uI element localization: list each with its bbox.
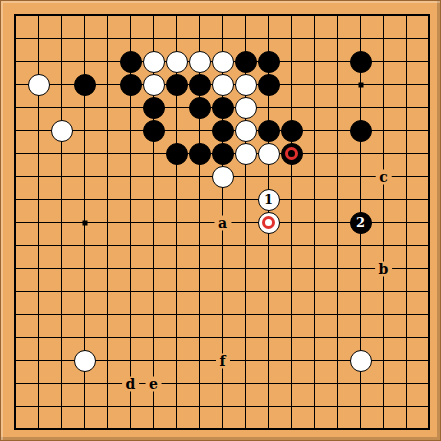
go-board[interactable]: abcdef 12 [0,0,441,441]
grid-hline [16,245,428,246]
black-stone[interactable] [189,74,211,96]
black-stone-move-2[interactable]: 2 [350,212,372,234]
white-stone[interactable] [212,51,234,73]
white-stone-move-1[interactable]: 1 [258,189,280,211]
white-stone[interactable] [235,97,257,119]
black-stone-circle-marked[interactable] [281,143,303,165]
black-stone[interactable] [212,143,234,165]
white-stone[interactable] [235,74,257,96]
black-stone[interactable] [235,51,257,73]
white-stone[interactable] [350,350,372,372]
black-stone[interactable] [212,120,234,142]
white-stone[interactable] [189,51,211,73]
point-label-b[interactable]: b [375,261,393,276]
white-stone[interactable] [51,120,73,142]
point-label-c[interactable]: c [375,169,392,184]
grid-hline [16,383,428,384]
black-stone[interactable] [189,143,211,165]
grid-hline [16,406,428,407]
grid-hline [16,314,428,315]
white-stone[interactable] [143,51,165,73]
black-stone[interactable] [212,97,234,119]
black-stone[interactable] [258,120,280,142]
white-stone[interactable] [166,51,188,73]
grid-vline [406,16,407,428]
hoshi-point [82,220,87,225]
white-stone[interactable] [74,350,96,372]
point-label-a[interactable]: a [214,215,231,230]
black-stone[interactable] [166,143,188,165]
black-stone[interactable] [166,74,188,96]
white-stone[interactable] [258,143,280,165]
circle-mark-icon [285,147,298,160]
point-label-f[interactable]: f [215,353,229,368]
black-stone[interactable] [143,120,165,142]
white-stone[interactable] [212,74,234,96]
white-stone[interactable] [143,74,165,96]
white-stone[interactable] [235,143,257,165]
black-stone[interactable] [143,97,165,119]
grid-hline [16,337,428,338]
circle-mark-icon [262,216,275,229]
black-stone[interactable] [258,51,280,73]
point-label-d[interactable]: d [122,376,140,391]
black-stone[interactable] [120,74,142,96]
black-stone[interactable] [350,120,372,142]
hoshi-point [358,82,363,87]
black-stone[interactable] [350,51,372,73]
white-stone[interactable] [28,74,50,96]
grid-vline [314,16,315,428]
grid-hline [16,268,428,269]
black-stone[interactable] [258,74,280,96]
black-stone[interactable] [189,97,211,119]
white-stone[interactable] [212,166,234,188]
black-stone[interactable] [74,74,96,96]
grid-vline [337,16,338,428]
grid-hline [16,291,428,292]
point-label-e[interactable]: e [145,376,162,391]
grid-vline [383,16,384,428]
white-stone[interactable] [235,120,257,142]
white-stone-circle-marked[interactable] [258,212,280,234]
black-stone[interactable] [120,51,142,73]
grid-vline [291,16,292,428]
black-stone[interactable] [281,120,303,142]
